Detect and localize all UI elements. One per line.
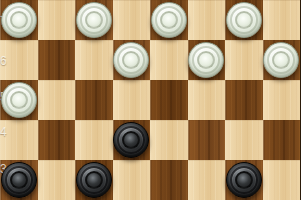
square-b5[interactable]	[38, 80, 76, 120]
square-h5[interactable]	[263, 80, 301, 120]
white-piece-a7[interactable]	[1, 2, 37, 38]
white-piece-f6[interactable]	[188, 42, 224, 78]
piece-hub	[10, 171, 28, 189]
piece-hub	[85, 11, 103, 29]
square-b7[interactable]	[38, 0, 76, 40]
square-d3[interactable]	[113, 160, 151, 200]
square-h3[interactable]	[263, 160, 301, 200]
square-a7[interactable]	[0, 0, 38, 40]
black-piece-a3[interactable]	[1, 162, 37, 198]
square-a3[interactable]	[0, 160, 38, 200]
square-b4[interactable]	[38, 120, 76, 160]
rank-label-6: 6	[0, 54, 7, 68]
piece-hub	[10, 11, 28, 29]
piece-hub	[160, 11, 178, 29]
piece-hub	[235, 171, 253, 189]
square-e3[interactable]	[150, 160, 188, 200]
square-c4[interactable]	[75, 120, 113, 160]
white-piece-d6[interactable]	[113, 42, 149, 78]
white-piece-g7[interactable]	[226, 2, 262, 38]
square-h6[interactable]	[263, 40, 301, 80]
square-f3[interactable]	[188, 160, 226, 200]
piece-hub	[122, 131, 140, 149]
rank-label-4: 4	[0, 125, 7, 139]
square-c5[interactable]	[75, 80, 113, 120]
square-g7[interactable]	[225, 0, 263, 40]
square-b3[interactable]	[38, 160, 76, 200]
square-b6[interactable]	[38, 40, 76, 80]
square-d7[interactable]	[113, 0, 151, 40]
piece-hub	[197, 51, 215, 69]
square-e5[interactable]	[150, 80, 188, 120]
square-g6[interactable]	[225, 40, 263, 80]
piece-hub	[272, 51, 290, 69]
square-a5[interactable]	[0, 80, 38, 120]
piece-hub	[122, 51, 140, 69]
square-h7[interactable]	[263, 0, 301, 40]
square-c3[interactable]	[75, 160, 113, 200]
square-f6[interactable]	[188, 40, 226, 80]
board: 76543	[0, 0, 300, 200]
square-g4[interactable]	[225, 120, 263, 160]
square-e4[interactable]	[150, 120, 188, 160]
white-piece-e7[interactable]	[151, 2, 187, 38]
square-h4[interactable]	[263, 120, 301, 160]
square-f7[interactable]	[188, 0, 226, 40]
black-piece-c3[interactable]	[76, 162, 112, 198]
square-f4[interactable]	[188, 120, 226, 160]
square-e6[interactable]	[150, 40, 188, 80]
white-piece-a5[interactable]	[1, 82, 37, 118]
piece-hub	[85, 171, 103, 189]
square-d4[interactable]	[113, 120, 151, 160]
square-e7[interactable]	[150, 0, 188, 40]
square-d5[interactable]	[113, 80, 151, 120]
square-c6[interactable]	[75, 40, 113, 80]
square-g3[interactable]	[225, 160, 263, 200]
white-piece-h6[interactable]	[263, 42, 299, 78]
square-f5[interactable]	[188, 80, 226, 120]
white-piece-c7[interactable]	[76, 2, 112, 38]
square-c7[interactable]	[75, 0, 113, 40]
black-piece-g3[interactable]	[226, 162, 262, 198]
piece-hub	[235, 11, 253, 29]
square-d6[interactable]	[113, 40, 151, 80]
square-g5[interactable]	[225, 80, 263, 120]
piece-hub	[10, 91, 28, 109]
black-piece-d4[interactable]	[113, 122, 149, 158]
